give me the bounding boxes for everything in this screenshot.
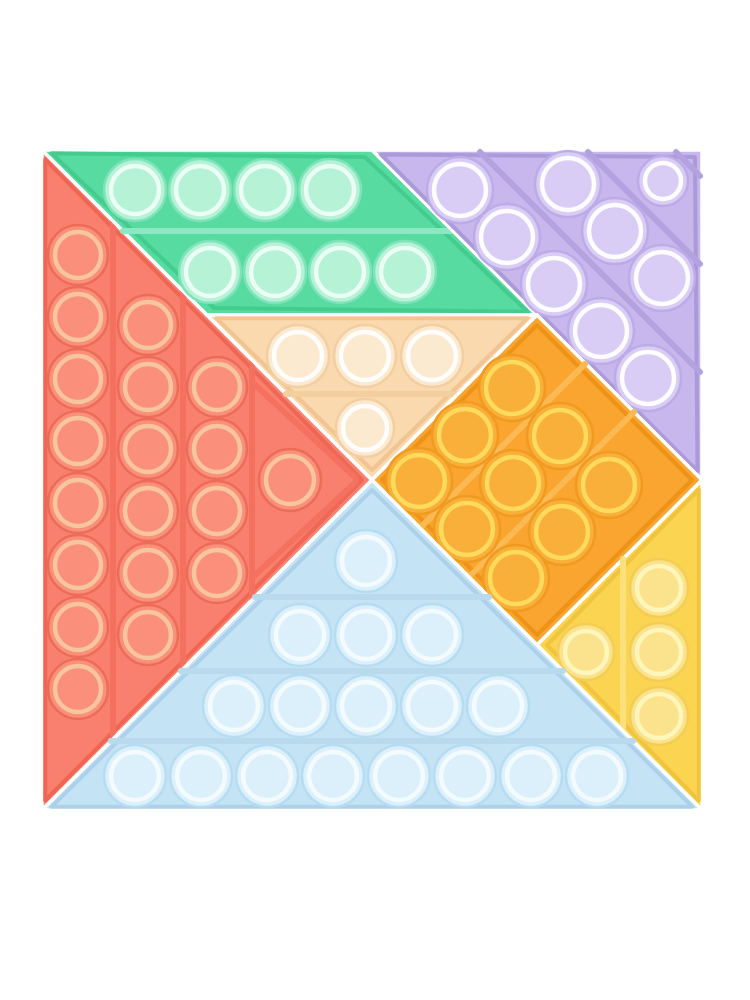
red-large-triangle-bubble-19[interactable]: [259, 449, 321, 511]
bubble-dome[interactable]: [267, 325, 329, 387]
purple-medium-triangle-bubble-9[interactable]: [638, 156, 688, 206]
bubble-dome[interactable]: [401, 604, 463, 666]
bubble-dome[interactable]: [234, 159, 296, 221]
red-large-triangle-bubble-17[interactable]: [187, 481, 247, 541]
blue-large-triangle-bubble-12[interactable]: [236, 745, 298, 807]
green-parallelogram-bubble-7[interactable]: [309, 241, 371, 303]
green-parallelogram-bubble-3[interactable]: [234, 159, 296, 221]
blue-large-triangle-bubble-17[interactable]: [566, 745, 628, 807]
red-large-triangle-bubble-12[interactable]: [118, 481, 178, 541]
red-large-triangle-bubble-14[interactable]: [118, 605, 178, 665]
red-large-triangle-bubble-5[interactable]: [48, 473, 108, 533]
yellow-small-triangle-bubble-4[interactable]: [558, 624, 614, 680]
red-large-triangle-bubble-4[interactable]: [48, 411, 108, 471]
bubble-dome[interactable]: [368, 745, 430, 807]
peach-small-triangle-bubble-2[interactable]: [334, 325, 396, 387]
peach-small-triangle-bubble-3[interactable]: [401, 325, 463, 387]
blue-large-triangle-bubble-8[interactable]: [401, 675, 463, 737]
bubble-dome[interactable]: [302, 745, 364, 807]
bubble-dome[interactable]: [269, 675, 331, 737]
bubble-dome[interactable]: [334, 325, 396, 387]
bubble-dome[interactable]: [299, 159, 361, 221]
green-parallelogram-bubble-8[interactable]: [374, 241, 436, 303]
blue-large-triangle-bubble-9[interactable]: [467, 675, 529, 737]
blue-large-triangle-bubble-15[interactable]: [434, 745, 496, 807]
bubble-dome[interactable]: [335, 530, 397, 592]
bubble-dome[interactable]: [401, 675, 463, 737]
green-parallelogram-bubble-5[interactable]: [179, 241, 241, 303]
blue-large-triangle-bubble-7[interactable]: [335, 675, 397, 737]
bubble-dome[interactable]: [309, 241, 371, 303]
red-large-triangle-bubble-18[interactable]: [187, 543, 247, 603]
green-parallelogram-bubble-1[interactable]: [104, 159, 166, 221]
red-large-triangle-bubble-13[interactable]: [118, 543, 178, 603]
bubble-dome[interactable]: [236, 745, 298, 807]
blue-large-triangle-bubble-14[interactable]: [368, 745, 430, 807]
red-large-triangle-bubble-9[interactable]: [118, 295, 178, 355]
bubble-dome[interactable]: [244, 241, 306, 303]
yellow-small-triangle-bubble-2[interactable]: [630, 623, 688, 681]
red-large-triangle-bubble-11[interactable]: [118, 419, 178, 479]
peach-small-triangle-bubble-1[interactable]: [267, 325, 329, 387]
bubble-dome[interactable]: [104, 745, 166, 807]
bubble-dome[interactable]: [203, 675, 265, 737]
bubble-dome[interactable]: [374, 241, 436, 303]
red-large-triangle-bubble-15[interactable]: [187, 357, 247, 417]
bubble-dome[interactable]: [269, 604, 331, 666]
bubble-dome[interactable]: [335, 675, 397, 737]
bubble-dome[interactable]: [629, 245, 695, 311]
bubble-dome[interactable]: [467, 675, 529, 737]
tangram-pop-it-puzzle: [0, 0, 750, 1000]
bubble-dome[interactable]: [170, 745, 232, 807]
tangram-board: [0, 0, 750, 1000]
bubble-dome[interactable]: [179, 241, 241, 303]
blue-large-triangle-bubble-6[interactable]: [269, 675, 331, 737]
blue-large-triangle-bubble-3[interactable]: [335, 604, 397, 666]
red-large-triangle-bubble-7[interactable]: [48, 597, 108, 657]
yellow-small-triangle-bubble-1[interactable]: [630, 559, 688, 617]
red-large-triangle-bubble-10[interactable]: [118, 357, 178, 417]
blue-large-triangle-bubble-5[interactable]: [203, 675, 265, 737]
bubble-dome[interactable]: [104, 159, 166, 221]
blue-large-triangle-bubble-10[interactable]: [104, 745, 166, 807]
peach-small-triangle-bubble-4[interactable]: [336, 399, 394, 457]
blue-large-triangle-bubble-4[interactable]: [401, 604, 463, 666]
green-parallelogram-bubble-4[interactable]: [299, 159, 361, 221]
bubble-dome[interactable]: [335, 604, 397, 666]
bubble-dome[interactable]: [434, 745, 496, 807]
blue-large-triangle-bubble-16[interactable]: [500, 745, 562, 807]
bubble-dome[interactable]: [500, 745, 562, 807]
red-large-triangle-bubble-3[interactable]: [48, 349, 108, 409]
blue-large-triangle-bubble-1[interactable]: [335, 530, 397, 592]
blue-large-triangle-bubble-13[interactable]: [302, 745, 364, 807]
red-large-triangle-bubble-6[interactable]: [48, 535, 108, 595]
red-large-triangle-bubble-8[interactable]: [48, 659, 108, 719]
purple-medium-triangle-bubble-8[interactable]: [629, 245, 695, 311]
red-large-triangle-bubble-2[interactable]: [48, 287, 108, 347]
bubble-dome[interactable]: [169, 159, 231, 221]
red-large-triangle-bubble-1[interactable]: [48, 225, 108, 285]
bubble-dome[interactable]: [259, 449, 321, 511]
green-parallelogram-bubble-2[interactable]: [169, 159, 231, 221]
yellow-small-triangle-bubble-3[interactable]: [630, 687, 688, 745]
bubble-dome[interactable]: [401, 325, 463, 387]
blue-large-triangle-bubble-11[interactable]: [170, 745, 232, 807]
green-parallelogram-bubble-6[interactable]: [244, 241, 306, 303]
blue-large-triangle-bubble-2[interactable]: [269, 604, 331, 666]
bubble-dome[interactable]: [566, 745, 628, 807]
red-large-triangle-bubble-16[interactable]: [187, 419, 247, 479]
